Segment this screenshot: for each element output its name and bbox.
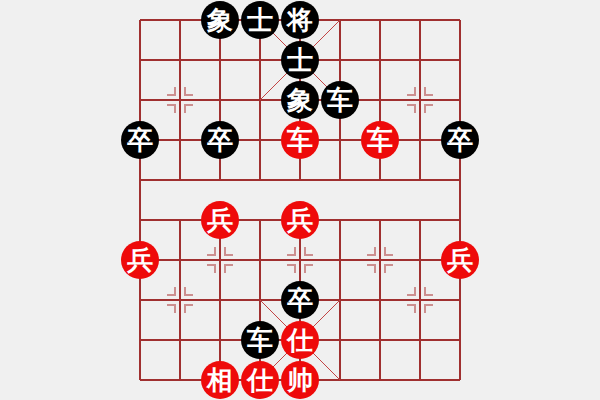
piece-black-soldier[interactable]: 卒 — [201, 121, 239, 159]
piece-black-soldier[interactable]: 卒 — [121, 121, 159, 159]
piece-red-elephant[interactable]: 相 — [201, 361, 239, 399]
piece-red-soldier[interactable]: 兵 — [441, 241, 479, 279]
pieces-layer: 象士将士象车卒卒车车卒兵兵兵兵卒车仕相仕帅 — [120, 0, 480, 400]
piece-black-chariot[interactable]: 车 — [321, 81, 359, 119]
piece-black-elephant[interactable]: 象 — [201, 1, 239, 39]
piece-red-general[interactable]: 帅 — [281, 361, 319, 399]
piece-black-chariot[interactable]: 车 — [241, 321, 279, 359]
xiangqi-board-screen: 象士将士象车卒卒车车卒兵兵兵兵卒车仕相仕帅 — [0, 0, 600, 400]
piece-red-chariot[interactable]: 车 — [361, 121, 399, 159]
piece-red-advisor[interactable]: 仕 — [281, 321, 319, 359]
piece-red-advisor[interactable]: 仕 — [241, 361, 279, 399]
piece-black-soldier[interactable]: 卒 — [281, 281, 319, 319]
piece-black-advisor[interactable]: 士 — [281, 41, 319, 79]
piece-red-soldier[interactable]: 兵 — [281, 201, 319, 239]
piece-black-elephant[interactable]: 象 — [281, 81, 319, 119]
piece-black-general[interactable]: 将 — [281, 1, 319, 39]
piece-red-soldier[interactable]: 兵 — [121, 241, 159, 279]
piece-red-soldier[interactable]: 兵 — [201, 201, 239, 239]
piece-black-soldier[interactable]: 卒 — [441, 121, 479, 159]
piece-black-advisor[interactable]: 士 — [241, 1, 279, 39]
piece-red-chariot[interactable]: 车 — [281, 121, 319, 159]
